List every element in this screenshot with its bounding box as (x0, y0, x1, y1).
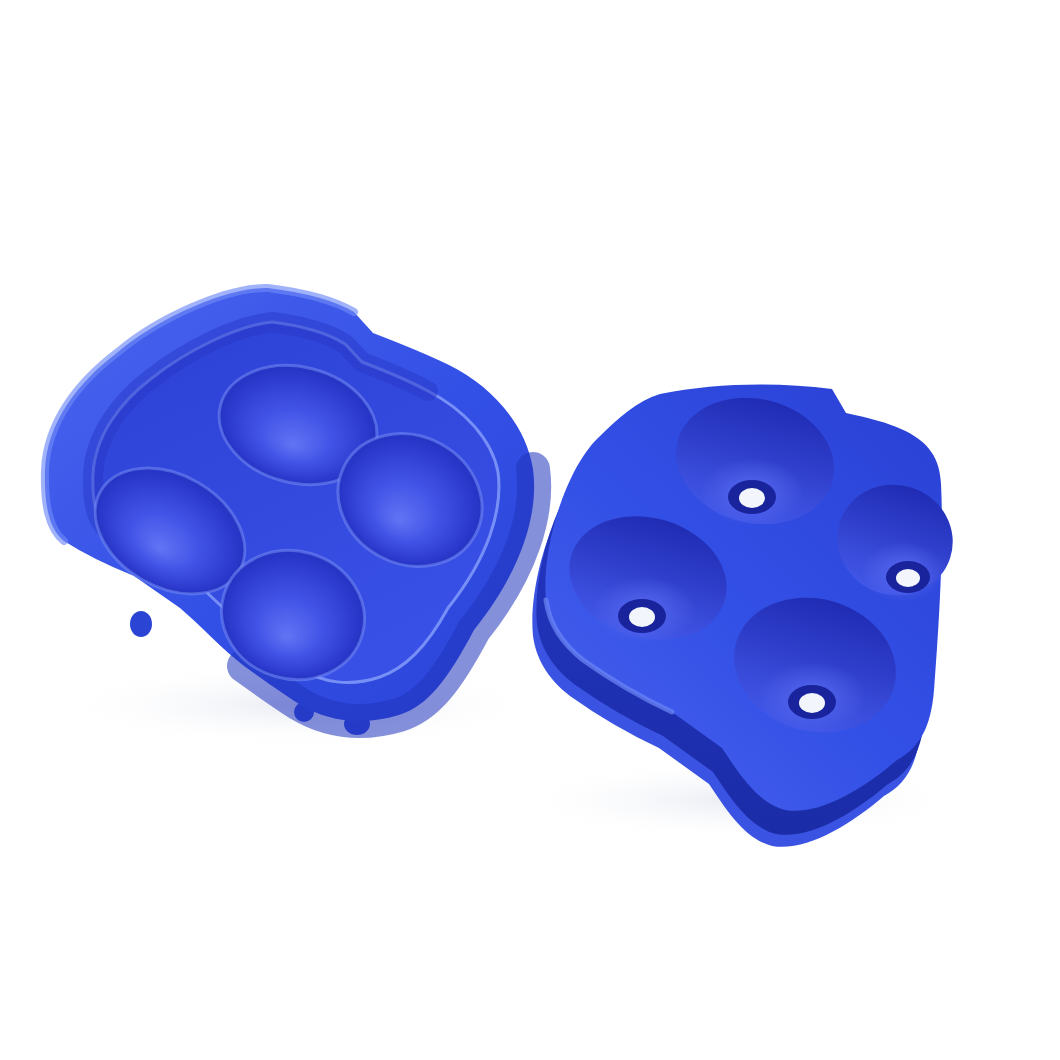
fill-hole (739, 488, 765, 508)
product-photo (0, 0, 1060, 1060)
scene-svg (0, 0, 1060, 1060)
fill-hole (896, 569, 920, 587)
mold-foot (130, 611, 152, 637)
fill-hole (629, 607, 655, 627)
fill-hole (799, 693, 825, 713)
